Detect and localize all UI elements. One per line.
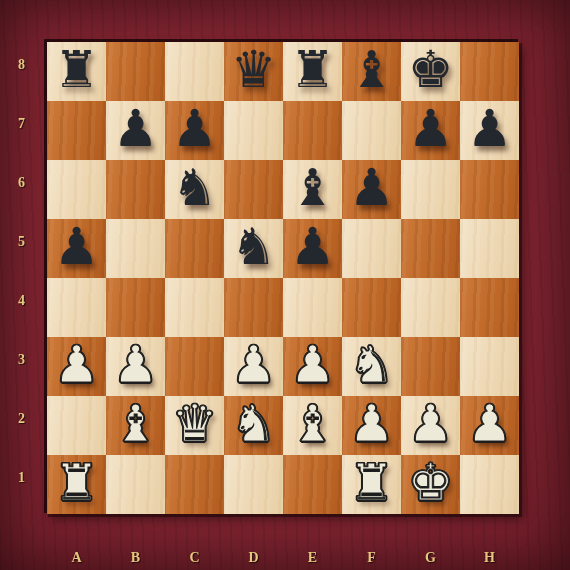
rank-label-6: 6 bbox=[0, 153, 45, 212]
square-g4[interactable] bbox=[401, 278, 460, 337]
square-d1[interactable] bbox=[224, 455, 283, 514]
square-g5[interactable] bbox=[401, 219, 460, 278]
square-e1[interactable] bbox=[283, 455, 342, 514]
square-a2[interactable] bbox=[47, 396, 106, 455]
square-f4[interactable] bbox=[342, 278, 401, 337]
rank-label-text: 8 bbox=[18, 57, 25, 73]
piece-black-pawn-e5[interactable]: ♟ bbox=[290, 217, 336, 276]
piece-white-pawn-b3[interactable]: ♟ bbox=[113, 335, 159, 394]
piece-black-queen-d8[interactable]: ♛ bbox=[231, 40, 277, 99]
piece-white-bishop-b2[interactable]: ♝ bbox=[113, 394, 159, 453]
piece-black-pawn-f6[interactable]: ♟ bbox=[349, 158, 395, 217]
square-b5[interactable] bbox=[106, 219, 165, 278]
square-f6[interactable]: ♟ bbox=[342, 160, 401, 219]
square-g2[interactable]: ♟ bbox=[401, 396, 460, 455]
square-c6[interactable]: ♞ bbox=[165, 160, 224, 219]
piece-white-queen-c2[interactable]: ♛ bbox=[172, 394, 218, 453]
rank-label-text: 7 bbox=[18, 116, 25, 132]
file-label-b: B bbox=[106, 514, 165, 570]
rank-label-3: 3 bbox=[0, 330, 45, 389]
rank-label-5: 5 bbox=[0, 212, 45, 271]
piece-white-knight-f3[interactable]: ♞ bbox=[349, 335, 395, 394]
piece-black-bishop-f8[interactable]: ♝ bbox=[349, 40, 395, 99]
file-label-c: C bbox=[165, 514, 224, 570]
rank-label-4: 4 bbox=[0, 271, 45, 330]
square-e8[interactable]: ♜ bbox=[283, 42, 342, 101]
square-a3[interactable]: ♟ bbox=[47, 337, 106, 396]
piece-white-knight-d2[interactable]: ♞ bbox=[231, 394, 277, 453]
file-label-f: F bbox=[342, 514, 401, 570]
square-c4[interactable] bbox=[165, 278, 224, 337]
square-g3[interactable] bbox=[401, 337, 460, 396]
piece-black-rook-e8[interactable]: ♜ bbox=[290, 40, 336, 99]
square-h4[interactable] bbox=[460, 278, 519, 337]
piece-white-pawn-f2[interactable]: ♟ bbox=[349, 394, 395, 453]
rank-label-8: 8 bbox=[0, 35, 45, 94]
file-label-text: H bbox=[484, 550, 495, 566]
square-f7[interactable] bbox=[342, 101, 401, 160]
square-a1[interactable]: ♜ bbox=[47, 455, 106, 514]
rank-label-text: 4 bbox=[18, 293, 25, 309]
square-g7[interactable]: ♟ bbox=[401, 101, 460, 160]
piece-white-rook-f1[interactable]: ♜ bbox=[349, 453, 395, 512]
square-b7[interactable]: ♟ bbox=[106, 101, 165, 160]
square-h6[interactable] bbox=[460, 160, 519, 219]
square-e3[interactable]: ♟ bbox=[283, 337, 342, 396]
square-c5[interactable] bbox=[165, 219, 224, 278]
square-h3[interactable] bbox=[460, 337, 519, 396]
square-c3[interactable] bbox=[165, 337, 224, 396]
square-h8[interactable] bbox=[460, 42, 519, 101]
square-c7[interactable]: ♟ bbox=[165, 101, 224, 160]
piece-white-pawn-e3[interactable]: ♟ bbox=[290, 335, 336, 394]
square-d4[interactable] bbox=[224, 278, 283, 337]
square-c1[interactable] bbox=[165, 455, 224, 514]
piece-white-pawn-g2[interactable]: ♟ bbox=[408, 394, 454, 453]
square-d2[interactable]: ♞ bbox=[224, 396, 283, 455]
square-d6[interactable] bbox=[224, 160, 283, 219]
file-labels: ABCDEFGH bbox=[47, 514, 519, 570]
rank-label-text: 1 bbox=[18, 470, 25, 486]
piece-black-pawn-a5[interactable]: ♟ bbox=[54, 217, 100, 276]
square-b2[interactable]: ♝ bbox=[106, 396, 165, 455]
file-label-text: E bbox=[308, 550, 317, 566]
square-d7[interactable] bbox=[224, 101, 283, 160]
square-b6[interactable] bbox=[106, 160, 165, 219]
square-g1[interactable]: ♚ bbox=[401, 455, 460, 514]
chess-board: ♜♛♜♝♚♟♟♟♟♞♝♟♟♞♟♟♟♟♟♞♝♛♞♝♟♟♟♜♜♚ bbox=[47, 42, 519, 514]
piece-black-rook-a8[interactable]: ♜ bbox=[54, 40, 100, 99]
rank-label-7: 7 bbox=[0, 94, 45, 153]
square-e5[interactable]: ♟ bbox=[283, 219, 342, 278]
square-e2[interactable]: ♝ bbox=[283, 396, 342, 455]
file-label-d: D bbox=[224, 514, 283, 570]
piece-black-bishop-e6[interactable]: ♝ bbox=[290, 158, 336, 217]
piece-white-pawn-a3[interactable]: ♟ bbox=[54, 335, 100, 394]
square-f5[interactable] bbox=[342, 219, 401, 278]
piece-black-knight-c6[interactable]: ♞ bbox=[172, 158, 218, 217]
piece-black-king-g8[interactable]: ♚ bbox=[408, 40, 454, 99]
piece-black-pawn-b7[interactable]: ♟ bbox=[113, 99, 159, 158]
square-b3[interactable]: ♟ bbox=[106, 337, 165, 396]
square-g8[interactable]: ♚ bbox=[401, 42, 460, 101]
square-a6[interactable] bbox=[47, 160, 106, 219]
square-a8[interactable]: ♜ bbox=[47, 42, 106, 101]
piece-white-rook-a1[interactable]: ♜ bbox=[54, 453, 100, 512]
square-c8[interactable] bbox=[165, 42, 224, 101]
file-label-text: B bbox=[131, 550, 140, 566]
square-e4[interactable] bbox=[283, 278, 342, 337]
piece-white-bishop-e2[interactable]: ♝ bbox=[290, 394, 336, 453]
square-a5[interactable]: ♟ bbox=[47, 219, 106, 278]
square-f3[interactable]: ♞ bbox=[342, 337, 401, 396]
square-d5[interactable]: ♞ bbox=[224, 219, 283, 278]
square-e6[interactable]: ♝ bbox=[283, 160, 342, 219]
rank-label-1: 1 bbox=[0, 448, 45, 507]
rank-labels: 87654321 bbox=[0, 42, 47, 514]
square-e7[interactable] bbox=[283, 101, 342, 160]
square-g6[interactable] bbox=[401, 160, 460, 219]
file-label-e: E bbox=[283, 514, 342, 570]
file-label-g: G bbox=[401, 514, 460, 570]
square-d3[interactable]: ♟ bbox=[224, 337, 283, 396]
rank-label-text: 2 bbox=[18, 411, 25, 427]
file-label-text: G bbox=[425, 550, 436, 566]
square-a4[interactable] bbox=[47, 278, 106, 337]
file-label-text: C bbox=[189, 550, 199, 566]
file-label-h: H bbox=[460, 514, 519, 570]
square-h5[interactable] bbox=[460, 219, 519, 278]
rank-label-text: 3 bbox=[18, 352, 25, 368]
piece-black-pawn-h7[interactable]: ♟ bbox=[467, 99, 513, 158]
square-f8[interactable]: ♝ bbox=[342, 42, 401, 101]
piece-black-pawn-g7[interactable]: ♟ bbox=[408, 99, 454, 158]
file-label-text: F bbox=[367, 550, 376, 566]
rank-label-2: 2 bbox=[0, 389, 45, 448]
file-label-text: A bbox=[71, 550, 81, 566]
chessboard-frame: 87654321 ABCDEFGH ♜♛♜♝♚♟♟♟♟♞♝♟♟♞♟♟♟♟♟♞♝♛… bbox=[0, 0, 570, 570]
square-h1[interactable] bbox=[460, 455, 519, 514]
piece-black-knight-d5[interactable]: ♞ bbox=[231, 217, 277, 276]
square-h7[interactable]: ♟ bbox=[460, 101, 519, 160]
file-label-a: A bbox=[47, 514, 106, 570]
square-f2[interactable]: ♟ bbox=[342, 396, 401, 455]
square-a7[interactable] bbox=[47, 101, 106, 160]
square-b1[interactable] bbox=[106, 455, 165, 514]
square-d8[interactable]: ♛ bbox=[224, 42, 283, 101]
square-h2[interactable]: ♟ bbox=[460, 396, 519, 455]
piece-white-pawn-h2[interactable]: ♟ bbox=[467, 394, 513, 453]
piece-black-pawn-c7[interactable]: ♟ bbox=[172, 99, 218, 158]
square-f1[interactable]: ♜ bbox=[342, 455, 401, 514]
square-b8[interactable] bbox=[106, 42, 165, 101]
square-c2[interactable]: ♛ bbox=[165, 396, 224, 455]
file-label-text: D bbox=[248, 550, 258, 566]
square-b4[interactable] bbox=[106, 278, 165, 337]
rank-label-text: 6 bbox=[18, 175, 25, 191]
piece-white-king-g1[interactable]: ♚ bbox=[408, 453, 454, 512]
rank-label-text: 5 bbox=[18, 234, 25, 250]
piece-white-pawn-d3[interactable]: ♟ bbox=[231, 335, 277, 394]
